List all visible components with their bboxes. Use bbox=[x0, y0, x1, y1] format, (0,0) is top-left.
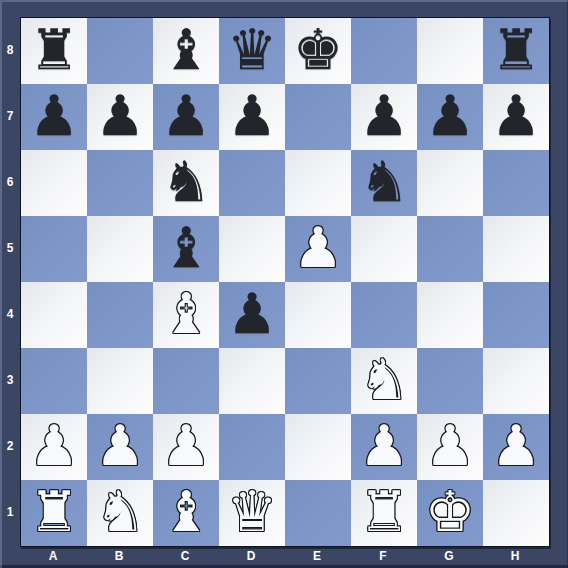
square-a1[interactable]: ♜ bbox=[21, 480, 87, 546]
square-a2[interactable]: ♟ bbox=[21, 414, 87, 480]
square-g5[interactable] bbox=[417, 216, 483, 282]
square-b6[interactable] bbox=[87, 150, 153, 216]
white-king-piece[interactable]: ♚ bbox=[425, 484, 475, 540]
square-d7[interactable]: ♟ bbox=[219, 84, 285, 150]
square-a7[interactable]: ♟ bbox=[21, 84, 87, 150]
square-c3[interactable] bbox=[153, 348, 219, 414]
square-g4[interactable] bbox=[417, 282, 483, 348]
square-b5[interactable] bbox=[87, 216, 153, 282]
square-e3[interactable] bbox=[285, 348, 351, 414]
square-d6[interactable] bbox=[219, 150, 285, 216]
square-e2[interactable] bbox=[285, 414, 351, 480]
square-c8[interactable]: ♝ bbox=[153, 18, 219, 84]
square-c7[interactable]: ♟ bbox=[153, 84, 219, 150]
rank-label-4: 4 bbox=[0, 281, 20, 347]
rank-label-1: 1 bbox=[0, 479, 20, 545]
white-pawn-piece[interactable]: ♟ bbox=[425, 418, 475, 474]
square-d2[interactable] bbox=[219, 414, 285, 480]
white-pawn-piece[interactable]: ♟ bbox=[293, 220, 343, 276]
black-pawn-piece[interactable]: ♟ bbox=[161, 88, 211, 144]
square-f4[interactable] bbox=[351, 282, 417, 348]
square-f1[interactable]: ♜ bbox=[351, 480, 417, 546]
square-a5[interactable] bbox=[21, 216, 87, 282]
chess-board: ♜♝♛♚♜♟♟♟♟♟♟♟♞♞♝♟♝♟♞♟♟♟♟♟♟♜♞♝♛♜♚ bbox=[20, 17, 550, 547]
square-g3[interactable] bbox=[417, 348, 483, 414]
white-pawn-piece[interactable]: ♟ bbox=[491, 418, 541, 474]
square-e1[interactable] bbox=[285, 480, 351, 546]
file-label-h: H bbox=[482, 546, 548, 566]
file-label-f: F bbox=[350, 546, 416, 566]
square-b3[interactable] bbox=[87, 348, 153, 414]
square-a8[interactable]: ♜ bbox=[21, 18, 87, 84]
square-f8[interactable] bbox=[351, 18, 417, 84]
square-h1[interactable] bbox=[483, 480, 549, 546]
square-g6[interactable] bbox=[417, 150, 483, 216]
white-rook-piece[interactable]: ♜ bbox=[359, 484, 409, 540]
square-f3[interactable]: ♞ bbox=[351, 348, 417, 414]
rank-labels: 87654321 bbox=[0, 17, 20, 545]
black-rook-piece[interactable]: ♜ bbox=[29, 22, 79, 78]
black-knight-piece[interactable]: ♞ bbox=[161, 154, 211, 210]
white-pawn-piece[interactable]: ♟ bbox=[95, 418, 145, 474]
white-knight-piece[interactable]: ♞ bbox=[95, 484, 145, 540]
black-pawn-piece[interactable]: ♟ bbox=[227, 286, 277, 342]
square-g1[interactable]: ♚ bbox=[417, 480, 483, 546]
black-pawn-piece[interactable]: ♟ bbox=[425, 88, 475, 144]
square-c6[interactable]: ♞ bbox=[153, 150, 219, 216]
square-f7[interactable]: ♟ bbox=[351, 84, 417, 150]
square-d1[interactable]: ♛ bbox=[219, 480, 285, 546]
rank-label-8: 8 bbox=[0, 17, 20, 83]
file-label-a: A bbox=[20, 546, 86, 566]
square-f5[interactable] bbox=[351, 216, 417, 282]
square-d5[interactable] bbox=[219, 216, 285, 282]
square-c1[interactable]: ♝ bbox=[153, 480, 219, 546]
square-d3[interactable] bbox=[219, 348, 285, 414]
black-knight-piece[interactable]: ♞ bbox=[359, 154, 409, 210]
square-h4[interactable] bbox=[483, 282, 549, 348]
square-g8[interactable] bbox=[417, 18, 483, 84]
white-bishop-piece[interactable]: ♝ bbox=[161, 484, 211, 540]
black-bishop-piece[interactable]: ♝ bbox=[161, 220, 211, 276]
white-bishop-piece[interactable]: ♝ bbox=[161, 286, 211, 342]
square-g7[interactable]: ♟ bbox=[417, 84, 483, 150]
square-h3[interactable] bbox=[483, 348, 549, 414]
square-f2[interactable]: ♟ bbox=[351, 414, 417, 480]
square-c4[interactable]: ♝ bbox=[153, 282, 219, 348]
square-g2[interactable]: ♟ bbox=[417, 414, 483, 480]
square-c2[interactable]: ♟ bbox=[153, 414, 219, 480]
rank-label-7: 7 bbox=[0, 83, 20, 149]
square-a3[interactable] bbox=[21, 348, 87, 414]
file-label-d: D bbox=[218, 546, 284, 566]
square-h5[interactable] bbox=[483, 216, 549, 282]
rank-label-2: 2 bbox=[0, 413, 20, 479]
black-pawn-piece[interactable]: ♟ bbox=[227, 88, 277, 144]
black-pawn-piece[interactable]: ♟ bbox=[359, 88, 409, 144]
square-h7[interactable]: ♟ bbox=[483, 84, 549, 150]
square-d4[interactable]: ♟ bbox=[219, 282, 285, 348]
file-label-c: C bbox=[152, 546, 218, 566]
white-pawn-piece[interactable]: ♟ bbox=[359, 418, 409, 474]
rank-label-3: 3 bbox=[0, 347, 20, 413]
square-f6[interactable]: ♞ bbox=[351, 150, 417, 216]
square-a4[interactable] bbox=[21, 282, 87, 348]
square-b1[interactable]: ♞ bbox=[87, 480, 153, 546]
square-h2[interactable]: ♟ bbox=[483, 414, 549, 480]
black-king-piece[interactable]: ♚ bbox=[293, 22, 343, 78]
square-c5[interactable]: ♝ bbox=[153, 216, 219, 282]
square-e5[interactable]: ♟ bbox=[285, 216, 351, 282]
file-label-e: E bbox=[284, 546, 350, 566]
square-e6[interactable] bbox=[285, 150, 351, 216]
white-pawn-piece[interactable]: ♟ bbox=[29, 418, 79, 474]
black-queen-piece[interactable]: ♛ bbox=[227, 22, 277, 78]
square-b2[interactable]: ♟ bbox=[87, 414, 153, 480]
board-frame: 87654321 ♜♝♛♚♜♟♟♟♟♟♟♟♞♞♝♟♝♟♞♟♟♟♟♟♟♜♞♝♛♜♚… bbox=[0, 0, 568, 568]
file-label-b: B bbox=[86, 546, 152, 566]
rank-label-5: 5 bbox=[0, 215, 20, 281]
square-b8[interactable] bbox=[87, 18, 153, 84]
white-queen-piece[interactable]: ♛ bbox=[227, 484, 277, 540]
black-pawn-piece[interactable]: ♟ bbox=[95, 88, 145, 144]
square-e8[interactable]: ♚ bbox=[285, 18, 351, 84]
file-labels: ABCDEFGH bbox=[20, 546, 548, 566]
square-d8[interactable]: ♛ bbox=[219, 18, 285, 84]
square-b4[interactable] bbox=[87, 282, 153, 348]
square-a6[interactable] bbox=[21, 150, 87, 216]
file-label-g: G bbox=[416, 546, 482, 566]
square-e7[interactable] bbox=[285, 84, 351, 150]
white-pawn-piece[interactable]: ♟ bbox=[161, 418, 211, 474]
square-h6[interactable] bbox=[483, 150, 549, 216]
black-pawn-piece[interactable]: ♟ bbox=[29, 88, 79, 144]
square-e4[interactable] bbox=[285, 282, 351, 348]
white-rook-piece[interactable]: ♜ bbox=[29, 484, 79, 540]
black-bishop-piece[interactable]: ♝ bbox=[161, 22, 211, 78]
white-knight-piece[interactable]: ♞ bbox=[359, 352, 409, 408]
black-rook-piece[interactable]: ♜ bbox=[491, 22, 541, 78]
square-b7[interactable]: ♟ bbox=[87, 84, 153, 150]
rank-label-6: 6 bbox=[0, 149, 20, 215]
black-pawn-piece[interactable]: ♟ bbox=[491, 88, 541, 144]
square-h8[interactable]: ♜ bbox=[483, 18, 549, 84]
